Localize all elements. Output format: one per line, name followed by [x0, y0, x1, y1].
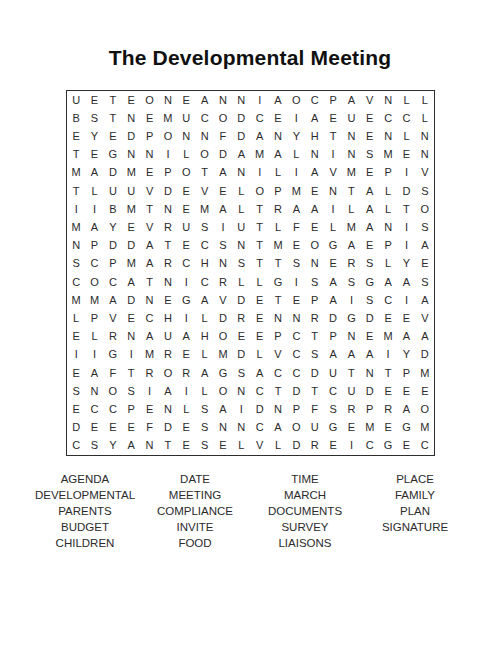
word-compliance: COMPLIANCE — [140, 503, 250, 519]
grid-cell-r3c15: T — [324, 127, 342, 145]
grid-cell-r20c9: E — [214, 437, 232, 455]
grid-cell-r19c7: E — [177, 419, 195, 437]
grid-cell-r2c11: C — [251, 109, 269, 127]
word-signature: SIGNATURE — [360, 519, 470, 535]
grid-cell-r10c12: T — [269, 255, 287, 273]
grid-cell-r18c4: P — [122, 400, 140, 418]
grid-cell-r9c18: P — [379, 237, 397, 255]
grid-cell-r15c19: Y — [397, 346, 415, 364]
grid-cell-r4c20: N — [416, 146, 434, 164]
grid-cell-r4c7: L — [177, 146, 195, 164]
grid-cell-r15c16: A — [342, 346, 360, 364]
word-list: AGENDADEVELOPMENTALPARENTSBUDGETCHILDREN… — [30, 471, 470, 551]
grid-cell-r18c7: L — [177, 400, 195, 418]
grid-cell-r5c6: P — [159, 164, 177, 182]
grid-cell-r1c5: O — [140, 91, 158, 109]
grid-cell-r5c12: L — [269, 164, 287, 182]
grid-cell-r14c3: R — [104, 328, 122, 346]
grid-cell-r17c7: I — [177, 382, 195, 400]
grid-cell-r6c10: L — [232, 182, 250, 200]
grid-cell-r8c15: L — [324, 218, 342, 236]
puzzle-title: The Developmental Meeting — [0, 46, 500, 70]
grid-cell-r17c11: C — [251, 382, 269, 400]
grid-cell-r8c17: A — [361, 218, 379, 236]
grid-cell-r15c10: D — [232, 346, 250, 364]
grid-cell-r8c1: M — [67, 218, 85, 236]
grid-cell-r11c9: R — [214, 273, 232, 291]
grid-cell-r7c4: M — [122, 200, 140, 218]
grid-cell-r3c19: L — [397, 127, 415, 145]
grid-cell-r4c18: M — [379, 146, 397, 164]
grid-cell-r8c8: S — [195, 218, 213, 236]
grid-cell-r20c4: A — [122, 437, 140, 455]
grid-cell-r5c10: N — [232, 164, 250, 182]
grid-cell-r7c2: I — [85, 200, 103, 218]
grid-cell-r20c18: G — [379, 437, 397, 455]
grid-cell-r1c1: U — [67, 91, 85, 109]
grid-cell-r19c6: D — [159, 419, 177, 437]
grid-cell-r20c11: V — [251, 437, 269, 455]
grid-cell-r17c2: N — [85, 382, 103, 400]
grid-cell-r8c12: L — [269, 218, 287, 236]
word-agenda: AGENDA — [30, 471, 140, 487]
grid-cell-r1c15: P — [324, 91, 342, 109]
grid-cell-r1c13: O — [287, 91, 305, 109]
grid-cell-r13c5: C — [140, 309, 158, 327]
word-list-column-3: TIMEMARCHDOCUMENTSSURVEYLIAISONS — [250, 471, 360, 551]
grid-cell-r6c7: E — [177, 182, 195, 200]
grid-cell-r8c11: T — [251, 218, 269, 236]
grid-cell-r15c9: M — [214, 346, 232, 364]
grid-cell-r14c12: P — [269, 328, 287, 346]
grid-cell-r16c11: A — [251, 364, 269, 382]
grid-cell-r15c1: I — [67, 346, 85, 364]
grid-cell-r2c19: C — [397, 109, 415, 127]
grid-cell-r12c20: A — [416, 291, 434, 309]
grid-cell-r7c18: L — [379, 200, 397, 218]
grid-cell-r4c16: N — [342, 146, 360, 164]
word-budget: BUDGET — [30, 519, 140, 535]
grid-cell-r14c15: P — [324, 328, 342, 346]
grid-cell-r17c19: E — [397, 382, 415, 400]
grid-cell-r11c14: S — [306, 273, 324, 291]
grid-cell-r15c11: L — [251, 346, 269, 364]
grid-cell-r1c20: L — [416, 91, 434, 109]
grid-cell-r15c18: I — [379, 346, 397, 364]
grid-cell-r14c2: L — [85, 328, 103, 346]
grid-cell-r5c13: I — [287, 164, 305, 182]
grid-cell-r10c3: P — [104, 255, 122, 273]
grid-cell-r16c15: U — [324, 364, 342, 382]
grid-cell-r18c1: E — [67, 400, 85, 418]
grid-cell-r9c2: P — [85, 237, 103, 255]
grid-cell-r1c9: N — [214, 91, 232, 109]
grid-cell-r12c4: D — [122, 291, 140, 309]
grid-cell-r17c8: L — [195, 382, 213, 400]
grid-cell-r20c15: E — [324, 437, 342, 455]
grid-cell-r12c12: T — [269, 291, 287, 309]
grid-cell-r2c6: M — [159, 109, 177, 127]
grid-cell-r3c5: P — [140, 127, 158, 145]
grid-cell-r7c16: L — [342, 200, 360, 218]
word-family: FAMILY — [360, 487, 470, 503]
grid-cell-r11c11: L — [251, 273, 269, 291]
grid-cell-r5c2: A — [85, 164, 103, 182]
grid-cell-r8c5: V — [140, 218, 158, 236]
grid-cell-r10c4: M — [122, 255, 140, 273]
grid-cell-r15c5: M — [140, 346, 158, 364]
grid-cell-r18c3: C — [104, 400, 122, 418]
grid-cell-r7c10: L — [232, 200, 250, 218]
grid-cell-r16c2: A — [85, 364, 103, 382]
grid-cell-r14c11: E — [251, 328, 269, 346]
grid-cell-r6c2: L — [85, 182, 103, 200]
grid-cell-r3c11: A — [251, 127, 269, 145]
grid-cell-r19c13: O — [287, 419, 305, 437]
grid-cell-r20c13: D — [287, 437, 305, 455]
grid-cell-r15c20: D — [416, 346, 434, 364]
grid-cell-r4c5: N — [140, 146, 158, 164]
grid-cell-r17c14: T — [306, 382, 324, 400]
grid-cell-r13c6: H — [159, 309, 177, 327]
grid-cell-r20c14: R — [306, 437, 324, 455]
grid-cell-r8c2: A — [85, 218, 103, 236]
grid-cell-r17c3: O — [104, 382, 122, 400]
grid-cell-r16c8: A — [195, 364, 213, 382]
word-children: CHILDREN — [30, 535, 140, 551]
grid-cell-r9c9: S — [214, 237, 232, 255]
grid-cell-r17c17: D — [361, 382, 379, 400]
word-list-column-1: AGENDADEVELOPMENTALPARENTSBUDGETCHILDREN — [30, 471, 140, 551]
grid-cell-r16c17: N — [361, 364, 379, 382]
grid-cell-r11c19: A — [397, 273, 415, 291]
word-survey: SURVEY — [250, 519, 360, 535]
grid-cell-r13c17: D — [361, 309, 379, 327]
grid-cell-r20c6: T — [159, 437, 177, 455]
grid-cell-r6c5: V — [140, 182, 158, 200]
grid-cell-r9c17: E — [361, 237, 379, 255]
grid-cell-r18c15: S — [324, 400, 342, 418]
grid-cell-r9c14: O — [306, 237, 324, 255]
grid-cell-r9c8: C — [195, 237, 213, 255]
grid-cell-r14c6: U — [159, 328, 177, 346]
grid-cell-r12c13: E — [287, 291, 305, 309]
grid-cell-r9c11: T — [251, 237, 269, 255]
grid-cell-r4c19: E — [397, 146, 415, 164]
grid-cell-r6c13: M — [287, 182, 305, 200]
grid-cell-r1c2: E — [85, 91, 103, 109]
grid-cell-r12c17: S — [361, 291, 379, 309]
grid-cell-r7c9: A — [214, 200, 232, 218]
grid-cell-r9c16: A — [342, 237, 360, 255]
grid-cell-r13c3: V — [104, 309, 122, 327]
grid-cell-r9c12: M — [269, 237, 287, 255]
grid-cell-r16c10: S — [232, 364, 250, 382]
grid-cell-r10c8: H — [195, 255, 213, 273]
grid-cell-r4c13: L — [287, 146, 305, 164]
grid-cell-r20c19: E — [397, 437, 415, 455]
grid-cell-r10c9: N — [214, 255, 232, 273]
grid-cell-r9c1: N — [67, 237, 85, 255]
grid-cell-r7c8: M — [195, 200, 213, 218]
word-march: MARCH — [250, 487, 360, 503]
grid-cell-r19c14: U — [306, 419, 324, 437]
grid-cell-r12c2: M — [85, 291, 103, 309]
grid-cell-r7c13: A — [287, 200, 305, 218]
grid-cell-r10c17: S — [361, 255, 379, 273]
grid-cell-r3c7: N — [177, 127, 195, 145]
grid-cell-r16c18: T — [379, 364, 397, 382]
grid-cell-r10c16: R — [342, 255, 360, 273]
grid-cell-r11c3: C — [104, 273, 122, 291]
grid-cell-r18c10: I — [232, 400, 250, 418]
grid-cell-r14c8: H — [195, 328, 213, 346]
grid-cell-r1c16: A — [342, 91, 360, 109]
grid-cell-r20c16: I — [342, 437, 360, 455]
grid-cell-r6c8: V — [195, 182, 213, 200]
grid-cell-r14c20: A — [416, 328, 434, 346]
grid-cell-r16c3: F — [104, 364, 122, 382]
grid-cell-r4c1: T — [67, 146, 85, 164]
grid-cell-r18c6: N — [159, 400, 177, 418]
grid-cell-r6c18: L — [379, 182, 397, 200]
grid-cell-r13c10: R — [232, 309, 250, 327]
grid-cell-r12c8: A — [195, 291, 213, 309]
grid-cell-r2c9: O — [214, 109, 232, 127]
grid-cell-r3c13: Y — [287, 127, 305, 145]
grid-cell-r19c9: N — [214, 419, 232, 437]
grid-cell-r13c18: E — [379, 309, 397, 327]
grid-cell-r8c20: S — [416, 218, 434, 236]
word-developmental: DEVELOPMENTAL — [30, 487, 140, 503]
grid-cell-r17c20: E — [416, 382, 434, 400]
grid-cell-r10c5: A — [140, 255, 158, 273]
grid-cell-r12c16: I — [342, 291, 360, 309]
grid-cell-r18c9: A — [214, 400, 232, 418]
grid-cell-r8c19: I — [397, 218, 415, 236]
grid-cell-r2c8: C — [195, 109, 213, 127]
grid-cell-r7c19: T — [397, 200, 415, 218]
grid-cell-r19c18: E — [379, 419, 397, 437]
grid-cell-r19c8: S — [195, 419, 213, 437]
grid-cell-r10c15: E — [324, 255, 342, 273]
grid-cell-r11c20: S — [416, 273, 434, 291]
grid-cell-r12c6: E — [159, 291, 177, 309]
grid-cell-r4c17: S — [361, 146, 379, 164]
grid-cell-r14c14: T — [306, 328, 324, 346]
grid-cell-r20c12: L — [269, 437, 287, 455]
word-plan: PLAN — [360, 503, 470, 519]
grid-cell-r10c6: R — [159, 255, 177, 273]
grid-cell-r4c15: I — [324, 146, 342, 164]
grid-cell-r13c19: E — [397, 309, 415, 327]
grid-cell-r10c1: S — [67, 255, 85, 273]
grid-cell-r20c20: C — [416, 437, 434, 455]
grid-cell-r7c11: T — [251, 200, 269, 218]
grid-cell-r2c4: N — [122, 109, 140, 127]
grid-cell-r9c3: D — [104, 237, 122, 255]
grid-cell-r2c17: E — [361, 109, 379, 127]
grid-cell-r12c11: E — [251, 291, 269, 309]
grid-cell-r12c3: A — [104, 291, 122, 309]
grid-cell-r16c19: P — [397, 364, 415, 382]
grid-cell-r12c1: M — [67, 291, 85, 309]
grid-cell-r12c18: C — [379, 291, 397, 309]
grid-cell-r6c11: O — [251, 182, 269, 200]
grid-cell-r7c15: I — [324, 200, 342, 218]
grid-cell-r1c10: N — [232, 91, 250, 109]
grid-cell-r2c3: T — [104, 109, 122, 127]
grid-cell-r18c19: A — [397, 400, 415, 418]
word-liaisons: LIAISONS — [250, 535, 360, 551]
grid-cell-r11c10: L — [232, 273, 250, 291]
grid-cell-r9c20: A — [416, 237, 434, 255]
puzzle-page: The Developmental Meeting UETEONEANNIAOC… — [0, 0, 500, 647]
grid-cell-r15c12: V — [269, 346, 287, 364]
grid-cell-r18c14: F — [306, 400, 324, 418]
grid-cell-r15c2: I — [85, 346, 103, 364]
grid-cell-r4c3: G — [104, 146, 122, 164]
grid-cell-r6c17: A — [361, 182, 379, 200]
grid-cell-r19c12: A — [269, 419, 287, 437]
grid-cell-r17c9: O — [214, 382, 232, 400]
word-time: TIME — [250, 471, 360, 487]
grid-cell-r9c6: T — [159, 237, 177, 255]
grid-cell-r3c14: H — [306, 127, 324, 145]
grid-cell-r8c10: U — [232, 218, 250, 236]
grid-cell-r11c18: A — [379, 273, 397, 291]
grid-cell-r5c20: V — [416, 164, 434, 182]
grid-cell-r1c18: N — [379, 91, 397, 109]
grid-cell-r14c1: E — [67, 328, 85, 346]
grid-cell-r6c3: U — [104, 182, 122, 200]
grid-cell-r1c11: I — [251, 91, 269, 109]
grid-cell-r7c1: I — [67, 200, 85, 218]
grid-cell-r3c8: N — [195, 127, 213, 145]
grid-cell-r10c20: E — [416, 255, 434, 273]
grid-cell-r13c9: D — [214, 309, 232, 327]
grid-cell-r8c6: R — [159, 218, 177, 236]
grid-cell-r14c18: M — [379, 328, 397, 346]
grid-cell-r2c2: S — [85, 109, 103, 127]
grid-cell-r2c13: I — [287, 109, 305, 127]
grid-cell-r16c14: D — [306, 364, 324, 382]
grid-cell-r17c5: I — [140, 382, 158, 400]
grid-cell-r5c19: I — [397, 164, 415, 182]
grid-cell-r20c10: L — [232, 437, 250, 455]
grid-cell-r3c3: E — [104, 127, 122, 145]
grid-cell-r18c2: C — [85, 400, 103, 418]
grid-cell-r3c9: F — [214, 127, 232, 145]
grid-cell-r11c6: N — [159, 273, 177, 291]
grid-cell-r1c12: A — [269, 91, 287, 109]
grid-cell-r3c16: N — [342, 127, 360, 145]
grid-cell-r15c15: A — [324, 346, 342, 364]
grid-cell-r1c6: N — [159, 91, 177, 109]
grid-cell-r16c1: E — [67, 364, 85, 382]
grid-cell-r4c8: O — [195, 146, 213, 164]
grid-cell-r8c3: Y — [104, 218, 122, 236]
grid-cell-r17c4: S — [122, 382, 140, 400]
grid-cell-r5c11: I — [251, 164, 269, 182]
grid-cell-r6c12: P — [269, 182, 287, 200]
grid-cell-r4c6: I — [159, 146, 177, 164]
grid-cell-r15c7: E — [177, 346, 195, 364]
grid-cell-r2c10: D — [232, 109, 250, 127]
grid-cell-r13c8: L — [195, 309, 213, 327]
word-list-column-2: DATEMEETINGCOMPLIANCEINVITEFOOD — [140, 471, 250, 551]
grid-cell-r13c1: L — [67, 309, 85, 327]
grid-cell-r15c17: A — [361, 346, 379, 364]
grid-cell-r5c1: M — [67, 164, 85, 182]
grid-cell-r2c1: B — [67, 109, 85, 127]
grid-cell-r7c6: N — [159, 200, 177, 218]
grid-cell-r19c3: E — [104, 419, 122, 437]
grid-cell-r5c7: O — [177, 164, 195, 182]
grid-cell-r12c14: P — [306, 291, 324, 309]
grid-cell-r2c16: U — [342, 109, 360, 127]
grid-cell-r16c4: T — [122, 364, 140, 382]
grid-cell-r5c8: T — [195, 164, 213, 182]
grid-cell-r20c5: N — [140, 437, 158, 455]
grid-cell-r5c5: E — [140, 164, 158, 182]
grid-cell-r17c15: C — [324, 382, 342, 400]
grid-cell-r4c10: A — [232, 146, 250, 164]
grid-cell-r20c2: S — [85, 437, 103, 455]
grid-cell-r13c15: D — [324, 309, 342, 327]
grid-cell-r3c20: N — [416, 127, 434, 145]
grid-cell-r16c5: R — [140, 364, 158, 382]
grid-cell-r19c15: G — [324, 419, 342, 437]
grid-cell-r11c16: S — [342, 273, 360, 291]
grid-cell-r6c20: S — [416, 182, 434, 200]
grid-cell-r13c20: V — [416, 309, 434, 327]
grid-cell-r10c7: C — [177, 255, 195, 273]
word-documents: DOCUMENTS — [250, 503, 360, 519]
grid-cell-r17c6: A — [159, 382, 177, 400]
grid-cell-r2c12: E — [269, 109, 287, 127]
grid-cell-r13c4: E — [122, 309, 140, 327]
grid-cell-r11c8: C — [195, 273, 213, 291]
grid-cell-r7c14: A — [306, 200, 324, 218]
grid-cell-r7c17: A — [361, 200, 379, 218]
grid-cell-r12c5: N — [140, 291, 158, 309]
grid-cell-r4c11: M — [251, 146, 269, 164]
grid-cell-r13c13: N — [287, 309, 305, 327]
grid-cell-r15c14: S — [306, 346, 324, 364]
grid-cell-r5c4: M — [122, 164, 140, 182]
grid-cell-r8c7: U — [177, 218, 195, 236]
word-invite: INVITE — [140, 519, 250, 535]
grid-cell-r17c1: S — [67, 382, 85, 400]
grid-cell-r4c2: E — [85, 146, 103, 164]
word-meeting: MEETING — [140, 487, 250, 503]
grid-cell-r7c5: T — [140, 200, 158, 218]
grid-cell-r19c20: M — [416, 419, 434, 437]
grid-cell-r17c13: D — [287, 382, 305, 400]
grid-cell-r19c19: G — [397, 419, 415, 437]
grid-cell-r5c16: M — [342, 164, 360, 182]
grid-cell-r14c4: N — [122, 328, 140, 346]
grid-cell-r16c12: C — [269, 364, 287, 382]
grid-cell-r5c15: V — [324, 164, 342, 182]
grid-cell-r20c3: Y — [104, 437, 122, 455]
grid-cell-r15c4: I — [122, 346, 140, 364]
grid-cell-r18c20: O — [416, 400, 434, 418]
grid-cell-r15c3: G — [104, 346, 122, 364]
grid-cell-r3c12: N — [269, 127, 287, 145]
grid-cell-r4c9: D — [214, 146, 232, 164]
